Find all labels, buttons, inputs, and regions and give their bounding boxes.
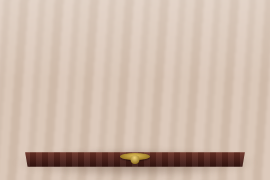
brass-clasp-icon — [118, 150, 152, 165]
clasp-boss — [131, 155, 140, 164]
chess-photo-scene — [0, 0, 270, 180]
